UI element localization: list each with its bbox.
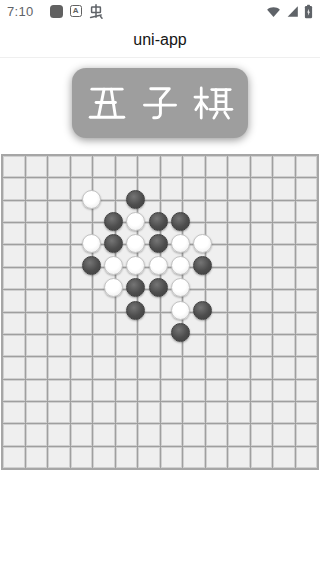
- board-cell[interactable]: [296, 268, 318, 289]
- board-cell[interactable]: [93, 178, 115, 199]
- board-cell[interactable]: [273, 223, 295, 244]
- board-cell[interactable]: [3, 201, 25, 222]
- board-cell[interactable]: [26, 245, 48, 266]
- board-cell[interactable]: [3, 223, 25, 244]
- board-cell[interactable]: [206, 245, 228, 266]
- board-cell[interactable]: [251, 447, 273, 468]
- board-cell[interactable]: [26, 201, 48, 222]
- board-cell[interactable]: [251, 424, 273, 445]
- board-cell[interactable]: [116, 290, 138, 311]
- board-cell[interactable]: [206, 268, 228, 289]
- board-cell[interactable]: [296, 156, 318, 177]
- board-cell[interactable]: [93, 380, 115, 401]
- gomoku-board[interactable]: [1, 154, 319, 470]
- board-cell[interactable]: [48, 424, 70, 445]
- board-cell[interactable]: [228, 156, 250, 177]
- page-title: uni-app: [133, 31, 186, 49]
- board-cell[interactable]: [273, 245, 295, 266]
- board-cell[interactable]: [183, 313, 205, 334]
- board-cell[interactable]: [206, 313, 228, 334]
- board-cell[interactable]: [3, 447, 25, 468]
- board-cell[interactable]: [206, 380, 228, 401]
- board-cell[interactable]: [296, 357, 318, 378]
- board-cell[interactable]: [116, 424, 138, 445]
- board-cell[interactable]: [93, 313, 115, 334]
- board-cell[interactable]: [273, 313, 295, 334]
- board-cell[interactable]: [48, 156, 70, 177]
- board-cell[interactable]: [296, 447, 318, 468]
- board-cell[interactable]: [228, 402, 250, 423]
- board-cell[interactable]: [206, 156, 228, 177]
- board-cell[interactable]: [116, 223, 138, 244]
- title-bar: uni-app: [0, 22, 320, 58]
- board-cell[interactable]: [251, 178, 273, 199]
- board-cell[interactable]: [71, 313, 93, 334]
- board-cell[interactable]: [228, 447, 250, 468]
- board-cell[interactable]: [273, 402, 295, 423]
- board-cell[interactable]: [71, 178, 93, 199]
- board-cell[interactable]: [228, 245, 250, 266]
- board-cell[interactable]: [206, 424, 228, 445]
- board-cell[interactable]: [183, 380, 205, 401]
- board-cell[interactable]: [3, 402, 25, 423]
- status-bar: 7:10 A: [0, 0, 320, 22]
- board-cell[interactable]: [273, 357, 295, 378]
- cellular-signal-icon: [286, 5, 299, 18]
- board-cell[interactable]: [183, 447, 205, 468]
- board-cell[interactable]: [26, 290, 48, 311]
- board-cell[interactable]: [138, 290, 160, 311]
- board-cell[interactable]: [251, 313, 273, 334]
- board-cell[interactable]: [161, 380, 183, 401]
- board-cell[interactable]: [3, 424, 25, 445]
- board-cell[interactable]: [228, 223, 250, 244]
- board-cell[interactable]: [48, 313, 70, 334]
- board-cell[interactable]: [183, 156, 205, 177]
- board-cell[interactable]: [296, 290, 318, 311]
- gomoku-board-cells: [3, 156, 317, 468]
- board-cell[interactable]: [183, 424, 205, 445]
- board-cell[interactable]: [273, 380, 295, 401]
- board-cell[interactable]: [206, 335, 228, 356]
- board-cell[interactable]: [296, 178, 318, 199]
- board-cell[interactable]: [296, 201, 318, 222]
- board-cell[interactable]: [206, 223, 228, 244]
- board-cell[interactable]: [48, 447, 70, 468]
- board-cell[interactable]: [183, 290, 205, 311]
- board-cell[interactable]: [228, 357, 250, 378]
- board-cell[interactable]: [71, 335, 93, 356]
- board-cell[interactable]: [273, 268, 295, 289]
- board-cell[interactable]: [206, 357, 228, 378]
- board-cell[interactable]: [48, 178, 70, 199]
- board-cell[interactable]: [71, 223, 93, 244]
- board-cell[interactable]: [71, 268, 93, 289]
- board-cell[interactable]: [206, 290, 228, 311]
- board-cell[interactable]: [48, 380, 70, 401]
- board-cell[interactable]: [93, 268, 115, 289]
- board-cell[interactable]: [296, 223, 318, 244]
- board-cell[interactable]: [228, 380, 250, 401]
- battery-charging-icon: [304, 4, 313, 19]
- board-cell[interactable]: [273, 178, 295, 199]
- input-a-icon: A: [70, 5, 82, 17]
- board-cell[interactable]: [71, 447, 93, 468]
- board-cell[interactable]: [48, 268, 70, 289]
- board-cell[interactable]: [116, 335, 138, 356]
- board-cell[interactable]: [228, 313, 250, 334]
- board-cell[interactable]: [3, 380, 25, 401]
- board-cell[interactable]: [3, 178, 25, 199]
- board-cell[interactable]: [273, 447, 295, 468]
- board-cell[interactable]: [3, 290, 25, 311]
- board-cell[interactable]: [138, 178, 160, 199]
- board-cell[interactable]: [48, 245, 70, 266]
- board-cell[interactable]: [273, 290, 295, 311]
- board-cell[interactable]: [71, 424, 93, 445]
- board-cell[interactable]: [161, 223, 183, 244]
- board-cell[interactable]: [296, 380, 318, 401]
- board-cell[interactable]: [116, 402, 138, 423]
- board-cell[interactable]: [228, 178, 250, 199]
- board-cell[interactable]: [138, 357, 160, 378]
- board-cell[interactable]: [138, 402, 160, 423]
- board-cell[interactable]: [26, 447, 48, 468]
- char-zi-icon: [139, 82, 181, 124]
- board-cell[interactable]: [48, 201, 70, 222]
- board-cell[interactable]: [93, 357, 115, 378]
- board-cell[interactable]: [26, 424, 48, 445]
- bug-icon: [89, 4, 103, 19]
- board-cell[interactable]: [71, 290, 93, 311]
- board-cell[interactable]: [116, 156, 138, 177]
- board-cell[interactable]: [116, 313, 138, 334]
- board-cell[interactable]: [183, 178, 205, 199]
- board-cell[interactable]: [3, 245, 25, 266]
- board-cell[interactable]: [251, 268, 273, 289]
- board-cell[interactable]: [138, 424, 160, 445]
- board-cell[interactable]: [296, 335, 318, 356]
- board-cell[interactable]: [138, 223, 160, 244]
- rounded-square-icon: [50, 5, 63, 18]
- banner: 五子棋: [72, 68, 248, 138]
- board-cell[interactable]: [251, 245, 273, 266]
- board-cell[interactable]: [183, 223, 205, 244]
- board-cell[interactable]: [93, 447, 115, 468]
- board-cell[interactable]: [161, 156, 183, 177]
- board-cell[interactable]: [183, 201, 205, 222]
- board-cell[interactable]: [93, 424, 115, 445]
- board-cell[interactable]: [251, 156, 273, 177]
- board-cell[interactable]: [228, 290, 250, 311]
- board-cell[interactable]: [138, 201, 160, 222]
- board-cell[interactable]: [273, 335, 295, 356]
- board-cell[interactable]: [183, 357, 205, 378]
- board-cell[interactable]: [3, 357, 25, 378]
- board-cell[interactable]: [26, 313, 48, 334]
- board-cell[interactable]: [116, 380, 138, 401]
- board-cell[interactable]: [251, 335, 273, 356]
- board-cell[interactable]: [71, 201, 93, 222]
- board-cell[interactable]: [138, 313, 160, 334]
- board-cell[interactable]: [3, 313, 25, 334]
- board-cell[interactable]: [183, 268, 205, 289]
- board-cell[interactable]: [161, 290, 183, 311]
- board-cell[interactable]: [138, 447, 160, 468]
- board-cell[interactable]: [26, 268, 48, 289]
- board-cell[interactable]: [116, 268, 138, 289]
- board-cell[interactable]: [161, 335, 183, 356]
- board-cell[interactable]: [93, 245, 115, 266]
- board-cell[interactable]: [251, 380, 273, 401]
- board-cell[interactable]: [93, 290, 115, 311]
- char-wu-icon: [86, 82, 128, 124]
- board-cell[interactable]: [138, 380, 160, 401]
- board-cell[interactable]: [48, 357, 70, 378]
- board-cell[interactable]: [161, 402, 183, 423]
- status-bar-right: [266, 4, 313, 19]
- board-cell[interactable]: [183, 335, 205, 356]
- board-cell[interactable]: [161, 447, 183, 468]
- board-cell[interactable]: [116, 178, 138, 199]
- board-cell[interactable]: [71, 380, 93, 401]
- board-cell[interactable]: [161, 201, 183, 222]
- board-cell[interactable]: [116, 447, 138, 468]
- board-cell[interactable]: [138, 245, 160, 266]
- board-cell[interactable]: [228, 335, 250, 356]
- board-cell[interactable]: [93, 156, 115, 177]
- board-cell[interactable]: [251, 201, 273, 222]
- board-cell[interactable]: [228, 201, 250, 222]
- char-qi-icon: [192, 82, 234, 124]
- board-cell[interactable]: [206, 178, 228, 199]
- board-cell[interactable]: [161, 424, 183, 445]
- board-cell[interactable]: [251, 290, 273, 311]
- board-cell[interactable]: [206, 447, 228, 468]
- board-cell[interactable]: [48, 290, 70, 311]
- board-cell[interactable]: [48, 223, 70, 244]
- board-cell[interactable]: [48, 402, 70, 423]
- status-bar-left: 7:10 A: [7, 4, 103, 19]
- board-cell[interactable]: [116, 201, 138, 222]
- board-cell[interactable]: [183, 245, 205, 266]
- wifi-icon: [266, 5, 281, 18]
- board-cell[interactable]: [251, 357, 273, 378]
- board-cell[interactable]: [3, 268, 25, 289]
- board-cell[interactable]: [116, 357, 138, 378]
- board-cell[interactable]: [138, 335, 160, 356]
- board-cell[interactable]: [138, 156, 160, 177]
- board-cell[interactable]: [3, 335, 25, 356]
- board-cell[interactable]: [48, 335, 70, 356]
- board-cell[interactable]: [273, 201, 295, 222]
- board-cell[interactable]: [26, 335, 48, 356]
- board-cell[interactable]: [161, 268, 183, 289]
- board-cell[interactable]: [71, 357, 93, 378]
- board-cell[interactable]: [116, 245, 138, 266]
- board-cell[interactable]: [161, 313, 183, 334]
- board-cell[interactable]: [296, 402, 318, 423]
- board-cell[interactable]: [206, 201, 228, 222]
- board-cell[interactable]: [138, 268, 160, 289]
- board-cell[interactable]: [93, 201, 115, 222]
- board-cell[interactable]: [71, 402, 93, 423]
- board-cell[interactable]: [296, 424, 318, 445]
- board-cell[interactable]: [26, 357, 48, 378]
- board-cell[interactable]: [26, 156, 48, 177]
- board-cell[interactable]: [93, 223, 115, 244]
- board-cell[interactable]: [26, 223, 48, 244]
- board-cell[interactable]: [26, 402, 48, 423]
- board-cell[interactable]: [296, 313, 318, 334]
- board-cell[interactable]: [3, 156, 25, 177]
- board-cell[interactable]: [228, 424, 250, 445]
- board-cell[interactable]: [251, 402, 273, 423]
- board-cell[interactable]: [161, 357, 183, 378]
- board-cell[interactable]: [71, 156, 93, 177]
- status-time: 7:10: [7, 4, 34, 19]
- board-cell[interactable]: [273, 424, 295, 445]
- board-cell[interactable]: [71, 245, 93, 266]
- board-cell[interactable]: [228, 268, 250, 289]
- board-cell[interactable]: [26, 178, 48, 199]
- board-cell[interactable]: [273, 156, 295, 177]
- board-cell[interactable]: [93, 402, 115, 423]
- board-cell[interactable]: [93, 335, 115, 356]
- board-cell[interactable]: [161, 178, 183, 199]
- board-cell[interactable]: [26, 380, 48, 401]
- board-cell[interactable]: [296, 245, 318, 266]
- board-cell[interactable]: [206, 402, 228, 423]
- board-cell[interactable]: [251, 223, 273, 244]
- board-cell[interactable]: [161, 245, 183, 266]
- board-cell[interactable]: [183, 402, 205, 423]
